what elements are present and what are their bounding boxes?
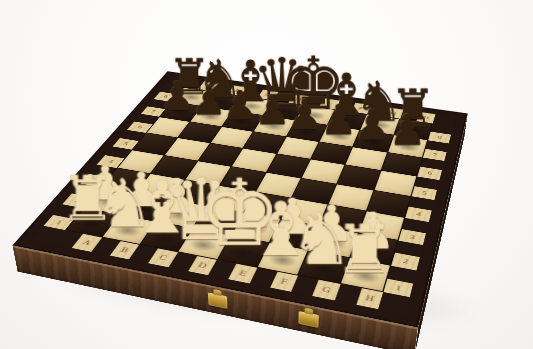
brass-clasp-left — [207, 292, 227, 309]
pieces-layer: ♜♞♝♛♚♝♞♜♟♟♟♟♟♟♟♟♟♟♟♟♟♟♟♟♜♞♝♛♚♝♞♜ — [65, 87, 433, 292]
piece-black-pawn-h7[interactable]: ♟ — [368, 110, 445, 150]
brass-clasp-right — [298, 311, 319, 328]
piece-white-rook-h1[interactable]: ♜ — [316, 218, 412, 281]
piece-anchor-h7: ♟ — [388, 135, 428, 158]
photo-scene: ABCDEFGH ABCDEFGH 87654321 87654321 ♜♞♝♛… — [0, 0, 533, 349]
